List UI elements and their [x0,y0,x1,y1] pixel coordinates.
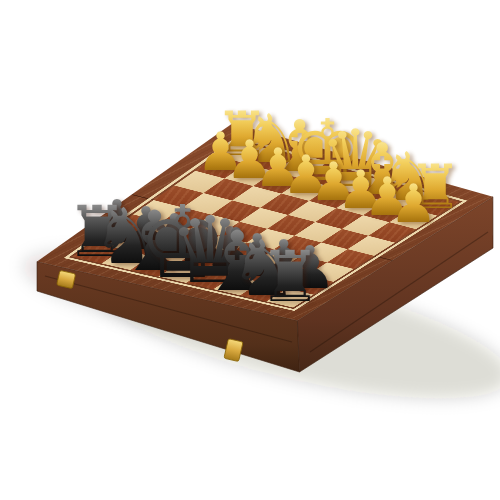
brass-latch [57,270,76,288]
chess-set-photo: ♜♞♝♛♚♝♞♜♟♟♟♟♟♟♟♟♟♟♟♟♟♟♟♟♜♞♝♛♚♝♞♜ [0,0,500,500]
